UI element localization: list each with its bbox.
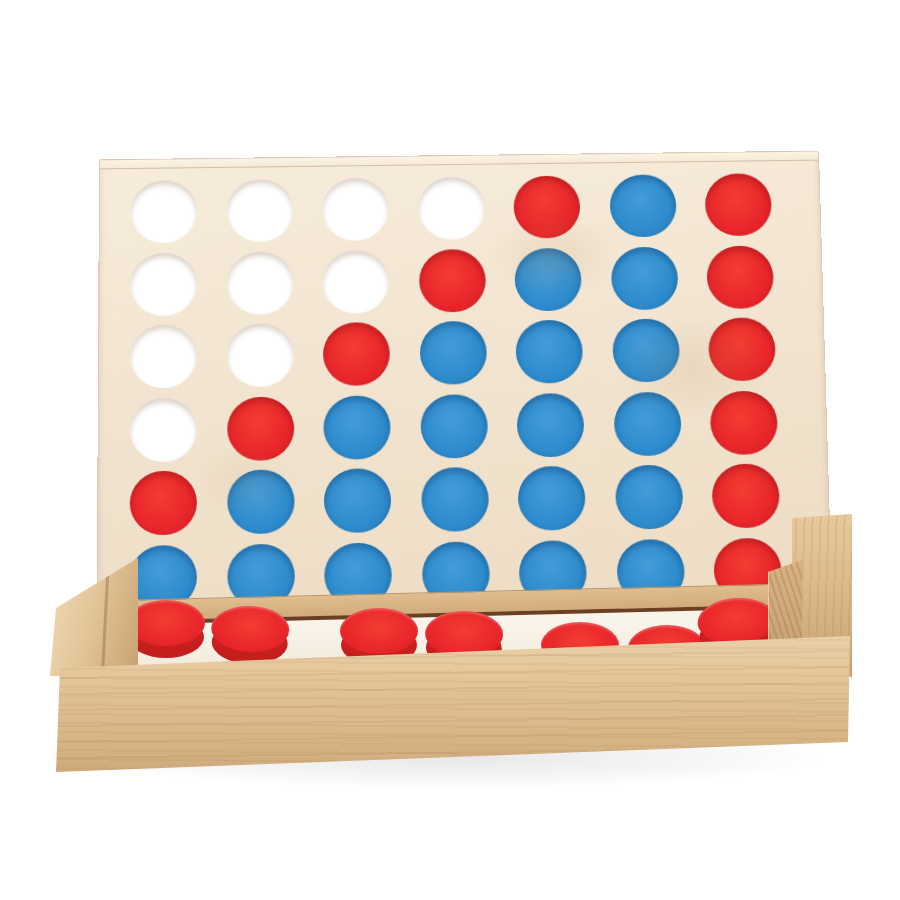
board-disc-blue[interactable] <box>613 391 681 455</box>
board-disc-red[interactable] <box>130 471 197 536</box>
board-disc-blue[interactable] <box>514 247 581 310</box>
board-disc-blue[interactable] <box>610 246 678 309</box>
board-hole-empty[interactable] <box>227 179 293 242</box>
board-disc-blue[interactable] <box>419 321 486 385</box>
board-hole-empty[interactable] <box>227 323 294 387</box>
board-disc-blue[interactable] <box>609 174 676 237</box>
board-disc-blue[interactable] <box>517 393 585 457</box>
board-disc-red[interactable] <box>704 173 772 236</box>
board-disc-blue[interactable] <box>227 469 294 534</box>
board-disc-red[interactable] <box>418 249 485 313</box>
board-hole-empty[interactable] <box>130 324 197 388</box>
product-photo-connect-four <box>0 0 900 900</box>
board-hole-empty[interactable] <box>130 252 197 316</box>
board-disc-red[interactable] <box>323 322 390 386</box>
board-disc-red[interactable] <box>711 463 780 528</box>
tray-disc-red[interactable] <box>210 605 290 668</box>
board-disc-red[interactable] <box>513 176 580 239</box>
board-hole-empty[interactable] <box>130 397 197 461</box>
board-disc-blue[interactable] <box>323 395 390 459</box>
tray-disc-red[interactable] <box>127 600 205 660</box>
board-disc-blue[interactable] <box>421 467 489 532</box>
board-disc-red[interactable] <box>708 317 776 381</box>
board-disc-blue[interactable] <box>324 468 392 533</box>
tray-left-wall <box>46 548 142 678</box>
board-hole-empty[interactable] <box>322 178 389 241</box>
board-hole-empty[interactable] <box>131 180 197 243</box>
board-hole-empty[interactable] <box>418 177 485 240</box>
board-disc-red[interactable] <box>227 396 294 460</box>
board-disc-blue[interactable] <box>515 320 583 384</box>
tray-disc-top <box>340 608 418 654</box>
board-disc-red[interactable] <box>710 390 778 454</box>
connect-four-board <box>98 152 832 623</box>
board-disc-blue[interactable] <box>615 465 683 530</box>
board-disc-red[interactable] <box>706 245 774 308</box>
board-disc-blue[interactable] <box>518 466 586 531</box>
board-hole-empty[interactable] <box>227 251 294 315</box>
tray-disc-top <box>127 600 205 646</box>
board-hole-empty[interactable] <box>323 250 390 314</box>
board-disc-blue[interactable] <box>612 319 680 383</box>
board-disc-blue[interactable] <box>420 394 488 458</box>
